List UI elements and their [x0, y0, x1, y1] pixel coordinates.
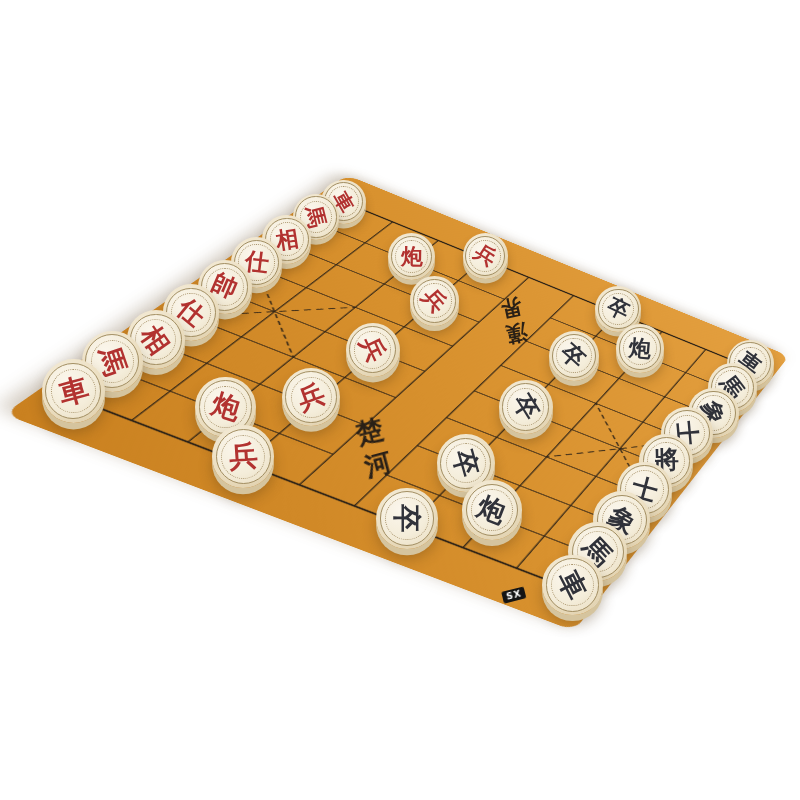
piece-ring [623, 331, 657, 365]
piece-ring [395, 240, 428, 273]
piece-black-cannon[interactable]: 炮 [462, 480, 522, 540]
piece-ring [471, 489, 513, 531]
piece-red-soldier[interactable]: 兵 [212, 425, 275, 488]
piece-red-chariot[interactable]: 車 [42, 359, 106, 423]
piece-ring [291, 377, 332, 418]
piece-black-cannon[interactable]: 炮 [616, 324, 665, 373]
piece-ring [354, 331, 392, 369]
piece-black-chariot[interactable]: 車 [542, 555, 603, 616]
piece-ring [221, 435, 265, 479]
piece-ring [204, 386, 247, 429]
piece-ring [385, 497, 428, 540]
piece-black-soldier[interactable]: 卒 [499, 380, 553, 434]
piece-ring [446, 443, 486, 483]
scene: 楚河 漢界 SX 車馬象士將士象馬車炮炮卒卒卒卒卒兵兵兵兵兵炮炮車馬相仕帥仕相馬… [0, 0, 800, 800]
piece-ring [417, 283, 452, 318]
piece-ring [556, 338, 591, 373]
piece-ring [51, 369, 96, 414]
piece-red-soldier[interactable]: 兵 [463, 233, 508, 278]
piece-red-cannon[interactable]: 炮 [388, 233, 435, 280]
piece-black-soldier[interactable]: 卒 [549, 331, 599, 381]
piece-black-soldier[interactable]: 卒 [376, 488, 438, 550]
piece-red-soldier[interactable]: 兵 [410, 276, 460, 326]
piece-ring [551, 564, 594, 607]
piece-ring [469, 240, 501, 272]
piece-red-soldier[interactable]: 兵 [346, 323, 400, 377]
piece-ring [507, 388, 545, 426]
